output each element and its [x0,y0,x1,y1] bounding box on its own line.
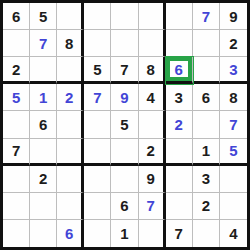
given-digit: 5 [39,9,47,24]
cell-r9c3[interactable]: 6 [57,220,84,247]
user-digit: 7 [146,198,154,213]
cell-r7c1[interactable] [3,166,30,193]
user-digit: 7 [39,36,47,51]
given-digit: 5 [93,62,101,77]
given-digit: 3 [202,171,210,186]
cell-r5c8[interactable] [193,111,220,138]
cell-r2c1[interactable] [3,30,30,57]
cell-r4c1[interactable]: 5 [3,84,30,111]
cell-r1c5[interactable] [111,3,138,30]
cell-r7c4[interactable] [84,166,111,193]
cell-r3c9[interactable]: 3 [220,57,247,84]
cell-r2c7[interactable] [166,30,193,57]
cell-r4c9[interactable]: 8 [220,84,247,111]
cell-r9c6[interactable] [139,220,166,247]
cell-r4c7[interactable]: 3 [166,84,193,111]
cell-r4c6[interactable]: 4 [139,84,166,111]
cell-r8c9[interactable] [220,193,247,220]
cell-r2c2[interactable]: 7 [30,30,57,57]
cell-r5c5[interactable]: 5 [111,111,138,138]
user-digit: 7 [93,90,101,105]
user-digit: 5 [229,143,237,158]
cell-r6c3[interactable] [57,139,84,166]
cell-r2c6[interactable] [139,30,166,57]
cell-r9c8[interactable] [193,220,220,247]
cell-r3c3[interactable] [57,57,84,84]
given-digit: 2 [229,36,237,51]
cell-r2c8[interactable] [193,30,220,57]
cell-r9c2[interactable] [30,220,57,247]
cell-r5c1[interactable] [3,111,30,138]
given-digit: 6 [12,9,20,24]
given-digit: 8 [65,36,73,51]
cell-r8c6[interactable]: 7 [139,193,166,220]
user-digit: 1 [39,90,47,105]
given-digit: 8 [229,90,237,105]
user-digit: 6 [65,226,73,241]
cell-r7c8[interactable]: 3 [193,166,220,193]
cell-r8c5[interactable]: 6 [111,193,138,220]
cell-r8c4[interactable] [84,193,111,220]
cell-r9c9[interactable]: 4 [220,220,247,247]
given-digit: 2 [202,198,210,213]
user-digit: 7 [229,117,237,132]
given-digit: 4 [146,90,154,105]
cell-r7c5[interactable] [111,166,138,193]
cell-r7c6[interactable]: 9 [139,166,166,193]
cell-r9c7[interactable]: 7 [166,220,193,247]
cell-r8c7[interactable] [166,193,193,220]
cell-r5c3[interactable] [57,111,84,138]
selected-cell-r3c7[interactable]: 6 [166,57,193,84]
user-digit: 6 [175,62,183,77]
cell-r3c6[interactable]: 8 [139,57,166,84]
cell-r6c9[interactable]: 5 [220,139,247,166]
cell-r7c3[interactable] [57,166,84,193]
given-digit: 7 [12,143,20,158]
cell-r2c4[interactable] [84,30,111,57]
cell-r9c5[interactable]: 1 [111,220,138,247]
given-digit: 6 [202,90,210,105]
cell-r8c8[interactable]: 2 [193,193,220,220]
user-digit: 7 [202,9,210,24]
cell-r4c3[interactable]: 2 [57,84,84,111]
user-digit: 3 [229,62,237,77]
given-digit: 5 [120,117,128,132]
cell-r8c3[interactable] [57,193,84,220]
cell-r6c8[interactable]: 1 [193,139,220,166]
cell-r5c4[interactable] [84,111,111,138]
cell-r1c9[interactable]: 9 [220,3,247,30]
given-digit: 7 [120,62,128,77]
cell-r6c6[interactable]: 2 [139,139,166,166]
cell-r4c8[interactable]: 6 [193,84,220,111]
cell-r2c5[interactable] [111,30,138,57]
given-digit: 2 [146,143,154,158]
cell-r7c7[interactable] [166,166,193,193]
cell-r3c5[interactable]: 7 [111,57,138,84]
cell-r3c1[interactable]: 2 [3,57,30,84]
cell-r1c1[interactable]: 6 [3,3,30,30]
given-digit: 9 [229,9,237,24]
cell-r4c5[interactable]: 9 [111,84,138,111]
cell-r3c8[interactable] [193,57,220,84]
cell-r9c4[interactable] [84,220,111,247]
user-digit: 2 [175,117,183,132]
given-digit: 4 [229,226,237,241]
user-digit: 2 [65,90,73,105]
cell-r2c9[interactable]: 2 [220,30,247,57]
user-digit: 5 [12,90,20,105]
cell-r1c2[interactable]: 5 [30,3,57,30]
cell-r2c3[interactable]: 8 [57,30,84,57]
cell-r5c7[interactable]: 2 [166,111,193,138]
cell-r4c2[interactable]: 1 [30,84,57,111]
cell-r6c4[interactable] [84,139,111,166]
given-digit: 2 [39,171,47,186]
given-digit: 6 [39,117,47,132]
cell-r5c6[interactable] [139,111,166,138]
cell-r6c1[interactable]: 7 [3,139,30,166]
cell-r1c4[interactable] [84,3,111,30]
cell-r4c4[interactable]: 7 [84,84,111,111]
given-digit: 6 [120,198,128,213]
cell-r1c7[interactable] [166,3,193,30]
cell-r8c1[interactable] [3,193,30,220]
cell-r3c4[interactable]: 5 [84,57,111,84]
cell-r7c9[interactable] [220,166,247,193]
cell-r1c8[interactable]: 7 [193,3,220,30]
cell-r1c3[interactable] [57,3,84,30]
cell-r6c2[interactable] [30,139,57,166]
given-digit: 7 [175,226,183,241]
given-digit: 9 [146,171,154,186]
cell-r5c9[interactable]: 7 [220,111,247,138]
given-digit: 2 [12,62,20,77]
cell-r8c2[interactable] [30,193,57,220]
given-digit: 1 [120,226,128,241]
cell-r3c2[interactable] [30,57,57,84]
cell-r9c1[interactable] [3,220,30,247]
user-digit: 9 [120,90,128,105]
given-digit: 1 [202,143,210,158]
cell-r5c2[interactable]: 6 [30,111,57,138]
cell-r7c2[interactable]: 2 [30,166,57,193]
cell-r6c5[interactable] [111,139,138,166]
cell-r6c7[interactable] [166,139,193,166]
given-digit: 3 [175,90,183,105]
sudoku-board: 6579782257863512794368652772152936726174 [0,0,250,250]
cell-r1c6[interactable] [139,3,166,30]
given-digit: 8 [146,62,154,77]
